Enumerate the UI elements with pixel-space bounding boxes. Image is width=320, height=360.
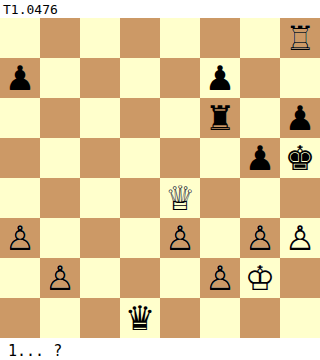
square-h8[interactable]: ♖ bbox=[280, 18, 320, 58]
white-pawn[interactable]: ♙ bbox=[200, 258, 240, 298]
black-queen[interactable]: ♛ bbox=[120, 298, 160, 338]
white-king[interactable]: ♔ bbox=[240, 258, 280, 298]
square-d7[interactable] bbox=[120, 58, 160, 98]
square-f2[interactable]: ♙ bbox=[200, 258, 240, 298]
square-e4[interactable]: ♕ bbox=[160, 178, 200, 218]
square-d2[interactable] bbox=[120, 258, 160, 298]
square-d6[interactable] bbox=[120, 98, 160, 138]
square-e2[interactable] bbox=[160, 258, 200, 298]
square-g1[interactable] bbox=[240, 298, 280, 338]
square-g4[interactable] bbox=[240, 178, 280, 218]
square-c4[interactable] bbox=[80, 178, 120, 218]
square-c8[interactable] bbox=[80, 18, 120, 58]
square-c2[interactable] bbox=[80, 258, 120, 298]
square-a2[interactable] bbox=[0, 258, 40, 298]
black-pawn[interactable]: ♟ bbox=[240, 138, 280, 178]
square-b2[interactable]: ♙ bbox=[40, 258, 80, 298]
square-e6[interactable] bbox=[160, 98, 200, 138]
white-pawn[interactable]: ♙ bbox=[160, 218, 200, 258]
white-rook[interactable]: ♖ bbox=[280, 18, 320, 58]
square-f4[interactable] bbox=[200, 178, 240, 218]
square-g8[interactable] bbox=[240, 18, 280, 58]
square-f6[interactable]: ♜ bbox=[200, 98, 240, 138]
square-a8[interactable] bbox=[0, 18, 40, 58]
square-f1[interactable] bbox=[200, 298, 240, 338]
square-a6[interactable] bbox=[0, 98, 40, 138]
square-e1[interactable] bbox=[160, 298, 200, 338]
white-pawn[interactable]: ♙ bbox=[0, 218, 40, 258]
square-b6[interactable] bbox=[40, 98, 80, 138]
square-a7[interactable]: ♟ bbox=[0, 58, 40, 98]
black-pawn[interactable]: ♟ bbox=[0, 58, 40, 98]
square-h4[interactable] bbox=[280, 178, 320, 218]
square-c6[interactable] bbox=[80, 98, 120, 138]
square-h7[interactable] bbox=[280, 58, 320, 98]
square-e7[interactable] bbox=[160, 58, 200, 98]
white-queen[interactable]: ♕ bbox=[160, 178, 200, 218]
square-h1[interactable] bbox=[280, 298, 320, 338]
square-a5[interactable] bbox=[0, 138, 40, 178]
square-f3[interactable] bbox=[200, 218, 240, 258]
square-g7[interactable] bbox=[240, 58, 280, 98]
black-pawn[interactable]: ♟ bbox=[280, 98, 320, 138]
square-b7[interactable] bbox=[40, 58, 80, 98]
square-g6[interactable] bbox=[240, 98, 280, 138]
square-h6[interactable]: ♟ bbox=[280, 98, 320, 138]
square-c3[interactable] bbox=[80, 218, 120, 258]
square-b5[interactable] bbox=[40, 138, 80, 178]
white-pawn[interactable]: ♙ bbox=[40, 258, 80, 298]
square-e5[interactable] bbox=[160, 138, 200, 178]
square-b1[interactable] bbox=[40, 298, 80, 338]
white-pawn[interactable]: ♙ bbox=[280, 218, 320, 258]
square-a3[interactable]: ♙ bbox=[0, 218, 40, 258]
white-pawn[interactable]: ♙ bbox=[240, 218, 280, 258]
square-f8[interactable] bbox=[200, 18, 240, 58]
square-b4[interactable] bbox=[40, 178, 80, 218]
square-h5[interactable]: ♚ bbox=[280, 138, 320, 178]
square-g5[interactable]: ♟ bbox=[240, 138, 280, 178]
square-a4[interactable] bbox=[0, 178, 40, 218]
square-e3[interactable]: ♙ bbox=[160, 218, 200, 258]
diagram-id-label: T1.0476 bbox=[0, 0, 320, 18]
square-a1[interactable] bbox=[0, 298, 40, 338]
chess-board: ♖♟♟♜♟♟♚♕♙♙♙♙♙♙♔♛ bbox=[0, 18, 320, 338]
square-d4[interactable] bbox=[120, 178, 160, 218]
square-f7[interactable]: ♟ bbox=[200, 58, 240, 98]
square-c7[interactable] bbox=[80, 58, 120, 98]
chess-diagram-page: T1.0476 ♖♟♟♜♟♟♚♕♙♙♙♙♙♙♔♛ 1... ? bbox=[0, 0, 320, 360]
black-pawn[interactable]: ♟ bbox=[200, 58, 240, 98]
square-h3[interactable]: ♙ bbox=[280, 218, 320, 258]
square-d3[interactable] bbox=[120, 218, 160, 258]
black-rook[interactable]: ♜ bbox=[200, 98, 240, 138]
square-e8[interactable] bbox=[160, 18, 200, 58]
square-d1[interactable]: ♛ bbox=[120, 298, 160, 338]
black-king[interactable]: ♚ bbox=[280, 138, 320, 178]
square-g2[interactable]: ♔ bbox=[240, 258, 280, 298]
square-b8[interactable] bbox=[40, 18, 80, 58]
square-h2[interactable] bbox=[280, 258, 320, 298]
square-f5[interactable] bbox=[200, 138, 240, 178]
square-g3[interactable]: ♙ bbox=[240, 218, 280, 258]
square-c5[interactable] bbox=[80, 138, 120, 178]
move-prompt-label: 1... ? bbox=[0, 338, 320, 360]
square-b3[interactable] bbox=[40, 218, 80, 258]
square-d5[interactable] bbox=[120, 138, 160, 178]
square-c1[interactable] bbox=[80, 298, 120, 338]
square-d8[interactable] bbox=[120, 18, 160, 58]
